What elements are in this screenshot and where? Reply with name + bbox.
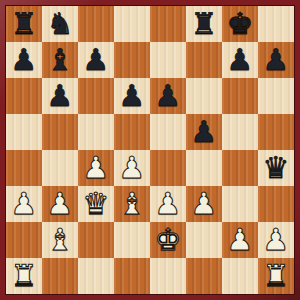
square-c1[interactable]: [78, 258, 114, 294]
square-f4[interactable]: [186, 150, 222, 186]
piece-white-pawn[interactable]: ♟: [78, 150, 114, 186]
square-e4[interactable]: [150, 150, 186, 186]
square-d3[interactable]: ♝: [114, 186, 150, 222]
square-c6[interactable]: [78, 78, 114, 114]
square-a8[interactable]: ♜: [6, 6, 42, 42]
square-e2[interactable]: ♚: [150, 222, 186, 258]
square-b2[interactable]: ♝: [42, 222, 78, 258]
piece-white-pawn[interactable]: ♟: [114, 150, 150, 186]
square-g2[interactable]: ♟: [222, 222, 258, 258]
square-d7[interactable]: [114, 42, 150, 78]
piece-white-rook[interactable]: ♜: [6, 258, 42, 294]
square-f6[interactable]: [186, 78, 222, 114]
square-g4[interactable]: [222, 150, 258, 186]
piece-black-pawn[interactable]: ♟: [78, 42, 114, 78]
square-f8[interactable]: ♜: [186, 6, 222, 42]
square-c5[interactable]: [78, 114, 114, 150]
square-g3[interactable]: [222, 186, 258, 222]
square-e1[interactable]: [150, 258, 186, 294]
piece-white-pawn[interactable]: ♟: [150, 186, 186, 222]
piece-black-queen[interactable]: ♛: [258, 150, 294, 186]
piece-white-bishop[interactable]: ♝: [42, 222, 78, 258]
square-b5[interactable]: [42, 114, 78, 150]
square-g8[interactable]: ♚: [222, 6, 258, 42]
square-d8[interactable]: [114, 6, 150, 42]
square-b1[interactable]: [42, 258, 78, 294]
square-c4[interactable]: ♟: [78, 150, 114, 186]
square-f5[interactable]: ♟: [186, 114, 222, 150]
board-frame: ♜♞♜♚♟♝♟♟♟♟♟♟♟♟♟♛♟♟♛♝♟♟♝♚♟♟♜♜: [0, 0, 300, 300]
piece-white-queen[interactable]: ♛: [78, 186, 114, 222]
piece-black-king[interactable]: ♚: [222, 6, 258, 42]
square-a7[interactable]: ♟: [6, 42, 42, 78]
piece-white-pawn[interactable]: ♟: [6, 186, 42, 222]
square-e6[interactable]: ♟: [150, 78, 186, 114]
square-h5[interactable]: [258, 114, 294, 150]
square-c2[interactable]: [78, 222, 114, 258]
chess-board: ♜♞♜♚♟♝♟♟♟♟♟♟♟♟♟♛♟♟♛♝♟♟♝♚♟♟♜♜: [6, 6, 294, 294]
square-h4[interactable]: ♛: [258, 150, 294, 186]
piece-black-pawn[interactable]: ♟: [114, 78, 150, 114]
square-a1[interactable]: ♜: [6, 258, 42, 294]
square-d6[interactable]: ♟: [114, 78, 150, 114]
square-h3[interactable]: [258, 186, 294, 222]
square-a5[interactable]: [6, 114, 42, 150]
square-f3[interactable]: ♟: [186, 186, 222, 222]
square-a4[interactable]: [6, 150, 42, 186]
square-e3[interactable]: ♟: [150, 186, 186, 222]
square-c8[interactable]: [78, 6, 114, 42]
piece-black-pawn[interactable]: ♟: [258, 42, 294, 78]
piece-black-rook[interactable]: ♜: [6, 6, 42, 42]
square-a2[interactable]: [6, 222, 42, 258]
square-g6[interactable]: [222, 78, 258, 114]
square-a6[interactable]: [6, 78, 42, 114]
piece-black-bishop[interactable]: ♝: [42, 42, 78, 78]
piece-white-pawn[interactable]: ♟: [258, 222, 294, 258]
piece-white-pawn[interactable]: ♟: [186, 186, 222, 222]
piece-white-bishop[interactable]: ♝: [114, 186, 150, 222]
piece-white-pawn[interactable]: ♟: [42, 186, 78, 222]
piece-white-rook[interactable]: ♜: [258, 258, 294, 294]
square-d4[interactable]: ♟: [114, 150, 150, 186]
square-g5[interactable]: [222, 114, 258, 150]
piece-black-pawn[interactable]: ♟: [150, 78, 186, 114]
piece-black-pawn[interactable]: ♟: [42, 78, 78, 114]
square-b6[interactable]: ♟: [42, 78, 78, 114]
square-b3[interactable]: ♟: [42, 186, 78, 222]
square-f1[interactable]: [186, 258, 222, 294]
square-h6[interactable]: [258, 78, 294, 114]
square-h7[interactable]: ♟: [258, 42, 294, 78]
square-f2[interactable]: [186, 222, 222, 258]
square-e5[interactable]: [150, 114, 186, 150]
square-b7[interactable]: ♝: [42, 42, 78, 78]
square-b4[interactable]: [42, 150, 78, 186]
square-h1[interactable]: ♜: [258, 258, 294, 294]
square-c3[interactable]: ♛: [78, 186, 114, 222]
square-e7[interactable]: [150, 42, 186, 78]
piece-black-pawn[interactable]: ♟: [6, 42, 42, 78]
square-c7[interactable]: ♟: [78, 42, 114, 78]
square-d1[interactable]: [114, 258, 150, 294]
square-g7[interactable]: ♟: [222, 42, 258, 78]
piece-black-pawn[interactable]: ♟: [222, 42, 258, 78]
piece-white-king[interactable]: ♚: [150, 222, 186, 258]
piece-white-pawn[interactable]: ♟: [222, 222, 258, 258]
square-f7[interactable]: [186, 42, 222, 78]
piece-black-rook[interactable]: ♜: [186, 6, 222, 42]
square-d2[interactable]: [114, 222, 150, 258]
square-e8[interactable]: [150, 6, 186, 42]
square-g1[interactable]: [222, 258, 258, 294]
square-a3[interactable]: ♟: [6, 186, 42, 222]
square-h8[interactable]: [258, 6, 294, 42]
square-h2[interactable]: ♟: [258, 222, 294, 258]
piece-black-pawn[interactable]: ♟: [186, 114, 222, 150]
square-d5[interactable]: [114, 114, 150, 150]
piece-black-knight[interactable]: ♞: [42, 6, 78, 42]
square-b8[interactable]: ♞: [42, 6, 78, 42]
